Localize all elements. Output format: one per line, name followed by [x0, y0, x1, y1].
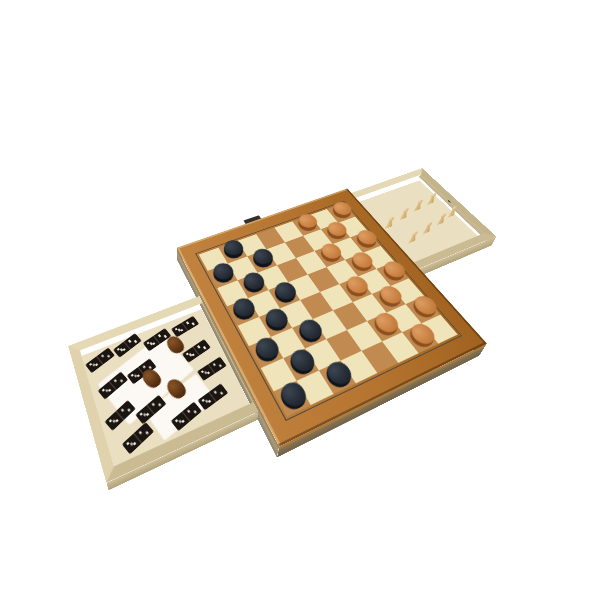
dark-checker	[229, 300, 257, 324]
dark-checker	[251, 339, 281, 366]
light-checker	[374, 288, 403, 311]
game-box-lid	[177, 189, 487, 447]
light-checker	[369, 314, 400, 339]
product-photo	[0, 0, 600, 600]
light-checker	[404, 325, 436, 351]
dark-checker	[270, 284, 298, 307]
dark-checker	[294, 321, 324, 347]
dark-checker	[321, 363, 353, 392]
scene-3d	[0, 0, 600, 600]
dark-checker	[276, 383, 308, 414]
dark-checker	[261, 310, 290, 335]
dark-checker	[286, 350, 317, 378]
light-checker	[408, 298, 438, 322]
